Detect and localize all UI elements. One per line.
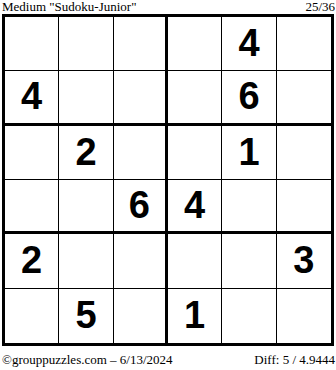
- cell-r2c5[interactable]: 6: [222, 71, 276, 125]
- puzzle-title: Medium "Sudoku-Junior": [2, 0, 136, 13]
- cell-r1c3[interactable]: [114, 17, 168, 71]
- cell-r2c6[interactable]: [277, 71, 331, 125]
- cell-r5c2[interactable]: [59, 234, 113, 288]
- cell-r2c1[interactable]: 4: [5, 71, 59, 125]
- cell-r2c3[interactable]: [114, 71, 168, 125]
- cell-r1c1[interactable]: [5, 17, 59, 71]
- cell-r5c1[interactable]: 2: [5, 234, 59, 288]
- cell-r4c2[interactable]: [59, 180, 113, 234]
- cell-r1c6[interactable]: [277, 17, 331, 71]
- cell-r3c5[interactable]: 1: [222, 126, 276, 180]
- sudoku-grid: 44621642351: [2, 14, 334, 346]
- cell-r4c4[interactable]: 4: [168, 180, 222, 234]
- cell-r3c4[interactable]: [168, 126, 222, 180]
- cell-r4c1[interactable]: [5, 180, 59, 234]
- cell-r3c1[interactable]: [5, 126, 59, 180]
- cell-r6c3[interactable]: [114, 289, 168, 343]
- cell-r6c1[interactable]: [5, 289, 59, 343]
- cell-r5c3[interactable]: [114, 234, 168, 288]
- cell-r6c6[interactable]: [277, 289, 331, 343]
- cell-r6c5[interactable]: [222, 289, 276, 343]
- puzzle-page: Medium "Sudoku-Junior" 25/36 44621642351…: [0, 0, 336, 370]
- cell-r3c2[interactable]: 2: [59, 126, 113, 180]
- cell-r1c4[interactable]: [168, 17, 222, 71]
- cell-r6c4[interactable]: 1: [168, 289, 222, 343]
- cell-r5c5[interactable]: [222, 234, 276, 288]
- cell-r6c2[interactable]: 5: [59, 289, 113, 343]
- footer: ©grouppuzzles.com – 6/13/2024 Diff: 5 / …: [2, 353, 335, 367]
- cell-r4c5[interactable]: [222, 180, 276, 234]
- cell-r3c3[interactable]: [114, 126, 168, 180]
- cell-r2c2[interactable]: [59, 71, 113, 125]
- cell-r5c4[interactable]: [168, 234, 222, 288]
- difficulty-rating: Diff: 5 / 4.9444: [254, 353, 335, 367]
- cell-r4c3[interactable]: 6: [114, 180, 168, 234]
- remaining-count: 25/36: [305, 0, 335, 13]
- cell-r5c6[interactable]: 3: [277, 234, 331, 288]
- cell-r1c5[interactable]: 4: [222, 17, 276, 71]
- copyright-date: ©grouppuzzles.com – 6/13/2024: [2, 353, 173, 367]
- cell-r3c6[interactable]: [277, 126, 331, 180]
- cell-r2c4[interactable]: [168, 71, 222, 125]
- cell-r4c6[interactable]: [277, 180, 331, 234]
- cell-r1c2[interactable]: [59, 17, 113, 71]
- header: Medium "Sudoku-Junior" 25/36: [2, 0, 335, 13]
